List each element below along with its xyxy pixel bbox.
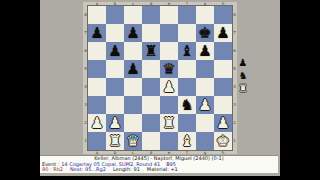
white-rook-icon: ♜ [236, 82, 250, 95]
square-e3[interactable] [160, 96, 178, 114]
coord-rank-2-right: 2 [232, 121, 237, 125]
square-d8[interactable] [142, 6, 160, 24]
piece-black-pawn[interactable]: ♟ [196, 42, 214, 60]
square-f7[interactable] [178, 24, 196, 42]
coord-rank-2-left: 2 [83, 121, 88, 125]
square-h1[interactable]: ♚ [214, 132, 232, 150]
square-g7[interactable]: ♚ [196, 24, 214, 42]
piece-black-bishop[interactable]: ♝ [178, 42, 196, 60]
piece-black-pawn[interactable]: ♟ [88, 24, 106, 42]
square-e6[interactable] [160, 42, 178, 60]
square-a3[interactable] [88, 96, 106, 114]
square-a4[interactable] [88, 78, 106, 96]
square-e8[interactable] [160, 6, 178, 24]
piece-white-bishop[interactable]: ♝ [178, 132, 196, 150]
square-g5[interactable] [196, 60, 214, 78]
square-g8[interactable] [196, 6, 214, 24]
piece-white-rook[interactable]: ♜ [160, 114, 178, 132]
coord-file-b-top: b [106, 2, 124, 6]
piece-white-king[interactable]: ♚ [214, 132, 232, 150]
square-h3[interactable] [214, 96, 232, 114]
square-c3[interactable] [124, 96, 142, 114]
status-token: Next: 95...Rg2 [70, 166, 106, 172]
piece-black-knight[interactable]: ♞ [178, 96, 196, 114]
coord-file-a-top: a [88, 2, 106, 6]
piece-white-pawn[interactable]: ♟ [196, 96, 214, 114]
square-h4[interactable] [214, 78, 232, 96]
square-b2[interactable]: ♟ [106, 114, 124, 132]
coord-file-c-top: c [124, 2, 142, 6]
square-h8[interactable] [214, 6, 232, 24]
square-e5[interactable]: ♛ [160, 60, 178, 78]
piece-white-rook[interactable]: ♜ [106, 132, 124, 150]
square-f2[interactable] [178, 114, 196, 132]
square-d1[interactable] [142, 132, 160, 150]
coord-rank-6-right: 6 [232, 49, 237, 53]
coord-rank-1-right: 1 [232, 139, 237, 143]
coord-rank-5-left: 5 [83, 67, 88, 71]
square-h7[interactable]: ♟ [214, 24, 232, 42]
move-status-line: 90 : Rb2Next: 95...Rg2Length: 91Material… [40, 167, 278, 173]
coord-file-h-top: h [214, 2, 232, 6]
square-f5[interactable] [178, 60, 196, 78]
piece-white-queen[interactable]: ♛ [124, 132, 142, 150]
square-c5[interactable]: ♟ [124, 60, 142, 78]
piece-black-pawn[interactable]: ♟ [106, 42, 124, 60]
piece-black-pawn[interactable]: ♟ [124, 60, 142, 78]
app-background: ♟♟♚♟♟♜♝♟♟♛♟♞♟♟♟♜♟♜♛♝♚ aabbccddeeffgghh88… [40, 0, 280, 176]
square-c8[interactable] [124, 6, 142, 24]
piece-white-pawn[interactable]: ♟ [88, 114, 106, 132]
piece-black-queen[interactable]: ♛ [160, 60, 178, 78]
square-f6[interactable]: ♝ [178, 42, 196, 60]
status-token: 90 : Rb2 [42, 166, 63, 172]
black-pawn-icon: ♟ [236, 56, 250, 69]
square-c7[interactable]: ♟ [124, 24, 142, 42]
video-frame: ♟♟♚♟♟♜♝♟♟♛♟♞♟♟♟♜♟♜♛♝♚ aabbccddeeffgghh88… [0, 0, 320, 180]
coord-rank-3-left: 3 [83, 103, 88, 107]
coord-file-g-top: g [196, 2, 214, 6]
square-d6[interactable]: ♜ [142, 42, 160, 60]
piece-white-pawn[interactable]: ♟ [214, 114, 232, 132]
square-f3[interactable]: ♞ [178, 96, 196, 114]
square-c4[interactable] [124, 78, 142, 96]
coord-file-f-top: f [178, 2, 196, 6]
square-g2[interactable] [196, 114, 214, 132]
coord-file-e-top: e [160, 2, 178, 6]
square-a7[interactable]: ♟ [88, 24, 106, 42]
square-a2[interactable]: ♟ [88, 114, 106, 132]
square-d7[interactable] [142, 24, 160, 42]
square-g6[interactable]: ♟ [196, 42, 214, 60]
status-token: Material: +1 [147, 166, 178, 172]
square-g4[interactable] [196, 78, 214, 96]
square-b5[interactable] [106, 60, 124, 78]
square-e2[interactable]: ♜ [160, 114, 178, 132]
square-c2[interactable] [124, 114, 142, 132]
square-g1[interactable] [196, 132, 214, 150]
piece-black-pawn[interactable]: ♟ [214, 24, 232, 42]
material-tray: ♟♞♜ [236, 56, 250, 95]
coord-rank-6-left: 6 [83, 49, 88, 53]
coord-rank-8-left: 8 [83, 13, 88, 17]
square-f1[interactable]: ♝ [178, 132, 196, 150]
square-c6[interactable] [124, 42, 142, 60]
square-a8[interactable] [88, 6, 106, 24]
piece-black-rook[interactable]: ♜ [142, 42, 160, 60]
coord-rank-7-right: 7 [232, 31, 237, 35]
piece-black-king[interactable]: ♚ [196, 24, 214, 42]
piece-black-pawn[interactable]: ♟ [124, 24, 142, 42]
board-grid: ♟♟♚♟♟♜♝♟♟♛♟♞♟♟♟♜♟♜♛♝♚ [88, 6, 232, 150]
square-b6[interactable]: ♟ [106, 42, 124, 60]
coord-rank-4-left: 4 [83, 85, 88, 89]
coord-rank-8-right: 8 [232, 13, 237, 17]
square-b3[interactable] [106, 96, 124, 114]
black-knight-icon: ♞ [236, 69, 250, 82]
piece-white-pawn[interactable]: ♟ [160, 78, 178, 96]
square-h2[interactable]: ♟ [214, 114, 232, 132]
square-h5[interactable] [214, 60, 232, 78]
square-b4[interactable] [106, 78, 124, 96]
square-h6[interactable] [214, 42, 232, 60]
game-info-panel: Keller, Albman (2445) - Najdorf, Miguel … [40, 155, 278, 173]
square-d4[interactable] [142, 78, 160, 96]
chess-board: ♟♟♚♟♟♜♝♟♟♛♟♞♟♟♟♜♟♜♛♝♚ aabbccddeeffgghh88… [83, 2, 237, 154]
square-c1[interactable]: ♛ [124, 132, 142, 150]
square-f8[interactable] [178, 6, 196, 24]
square-e1[interactable] [160, 132, 178, 150]
coord-rank-7-left: 7 [83, 31, 88, 35]
square-a5[interactable] [88, 60, 106, 78]
square-b8[interactable] [106, 6, 124, 24]
square-b7[interactable] [106, 24, 124, 42]
square-e4[interactable]: ♟ [160, 78, 178, 96]
coord-file-d-top: d [142, 2, 160, 6]
coord-rank-3-right: 3 [232, 103, 237, 107]
piece-white-pawn[interactable]: ♟ [106, 114, 124, 132]
square-d2[interactable] [142, 114, 160, 132]
square-b1[interactable]: ♜ [106, 132, 124, 150]
square-a6[interactable] [88, 42, 106, 60]
square-d3[interactable] [142, 96, 160, 114]
square-a1[interactable] [88, 132, 106, 150]
square-f4[interactable] [178, 78, 196, 96]
square-d5[interactable] [142, 60, 160, 78]
square-g3[interactable]: ♟ [196, 96, 214, 114]
status-token: Length: 91 [113, 166, 140, 172]
square-e7[interactable] [160, 24, 178, 42]
coord-rank-1-left: 1 [83, 139, 88, 143]
